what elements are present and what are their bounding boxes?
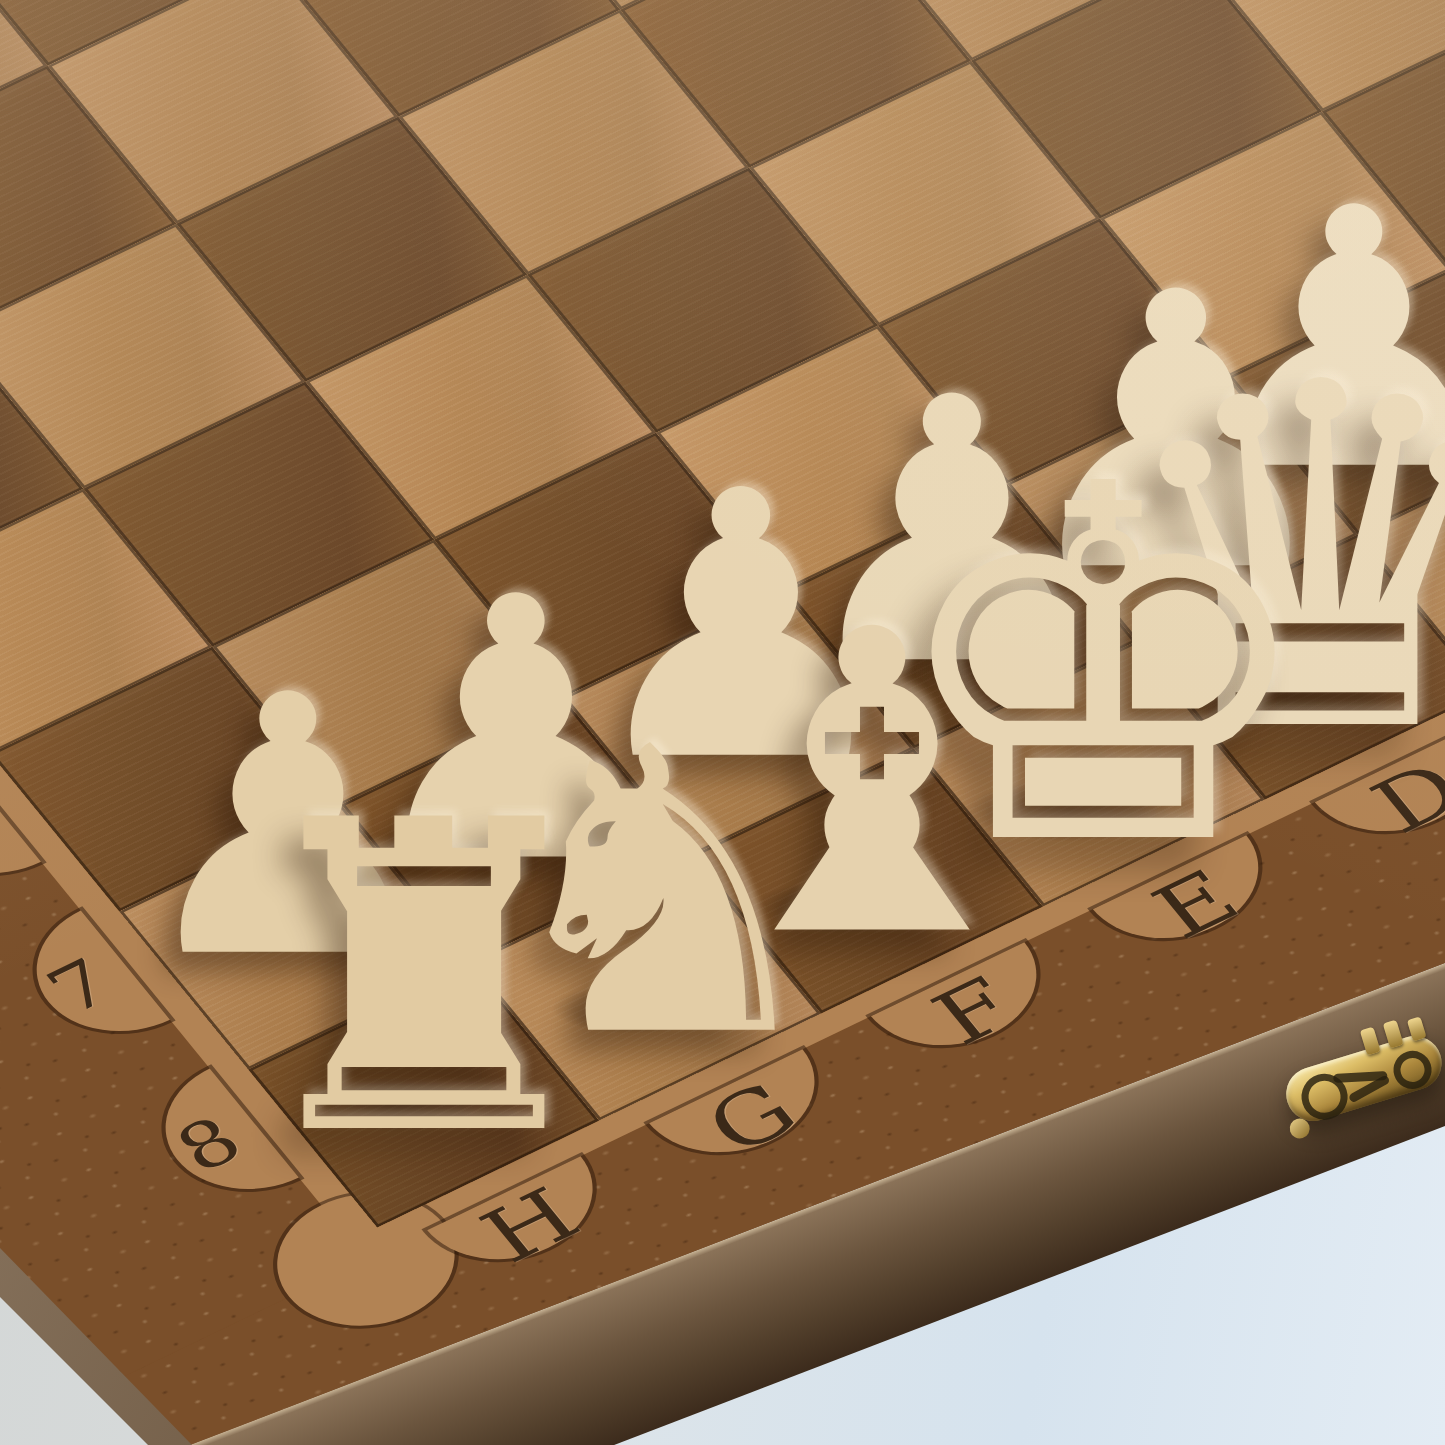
white-rook-h8[interactable]: ♜	[232, 766, 616, 1194]
chess-set-photo: HGFEDCBA12345678 ♜♞♝♚♛♟♟♟♟♟♟	[0, 0, 1445, 1445]
pieces-layer: ♜♞♝♚♛♟♟♟♟♟♟	[0, 0, 1445, 1445]
